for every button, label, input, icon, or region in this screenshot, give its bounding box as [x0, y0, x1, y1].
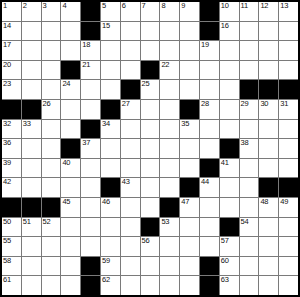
- cell-r6c9[interactable]: [160, 100, 179, 119]
- cell-r10c5[interactable]: [81, 178, 100, 197]
- clue-number: 56: [142, 237, 150, 245]
- cell-r1c12[interactable]: 10: [220, 2, 239, 21]
- cell-r3c9[interactable]: [160, 41, 179, 60]
- cell-r8c13[interactable]: 38: [240, 139, 259, 158]
- cell-r7c1[interactable]: 32: [2, 120, 21, 139]
- cell-r1c14[interactable]: 12: [259, 2, 278, 21]
- cell-r4c1[interactable]: 20: [2, 61, 21, 80]
- block-cell-r14c5: [81, 257, 100, 276]
- cell-r9c4[interactable]: 40: [61, 159, 80, 178]
- clue-number: 18: [82, 41, 90, 49]
- cell-r12c9[interactable]: 53: [160, 218, 179, 237]
- clue-number: 12: [260, 2, 268, 10]
- cell-r8c1[interactable]: 36: [2, 139, 21, 158]
- cell-r2c6[interactable]: 15: [101, 22, 120, 41]
- block-cell-r6c6: [101, 100, 120, 119]
- clue-number: 7: [142, 2, 146, 10]
- cell-r12c1[interactable]: 50: [2, 218, 21, 237]
- cell-r9c5[interactable]: [81, 159, 100, 178]
- cell-r13c11[interactable]: [200, 237, 219, 256]
- cell-r2c3[interactable]: [42, 22, 61, 41]
- cell-r15c15[interactable]: [279, 276, 298, 295]
- block-cell-r4c8: [141, 61, 160, 80]
- cell-r5c3[interactable]: [42, 80, 61, 99]
- clue-number: 5: [102, 2, 106, 10]
- cell-r14c2[interactable]: [22, 257, 41, 276]
- clue-number: 40: [62, 159, 70, 167]
- cell-r5c8[interactable]: 25: [141, 80, 160, 99]
- block-cell-r9c11: [200, 159, 219, 178]
- clue-number: 50: [3, 218, 11, 226]
- cell-r8c8[interactable]: [141, 139, 160, 158]
- cell-r5c1[interactable]: 23: [2, 80, 21, 99]
- cell-r7c12[interactable]: [220, 120, 239, 139]
- cell-r7c7[interactable]: [121, 120, 140, 139]
- cell-r5c12[interactable]: [220, 80, 239, 99]
- cell-r3c1[interactable]: 17: [2, 41, 21, 60]
- block-cell-r11c9: [160, 198, 179, 217]
- block-cell-r8c12: [220, 139, 239, 158]
- cell-r1c4[interactable]: 4: [61, 2, 80, 21]
- cell-r11c15[interactable]: 49: [279, 198, 298, 217]
- cell-r11c12[interactable]: [220, 198, 239, 217]
- cell-r1c13[interactable]: 11: [240, 2, 259, 21]
- cell-r7c10[interactable]: 35: [180, 120, 199, 139]
- clue-number: 44: [201, 178, 209, 186]
- clue-number: 11: [241, 2, 248, 10]
- cell-r9c12[interactable]: 41: [220, 159, 239, 178]
- clue-number: 63: [221, 276, 229, 284]
- cell-r6c5[interactable]: [81, 100, 100, 119]
- cell-r14c6[interactable]: 59: [101, 257, 120, 276]
- cell-r4c12[interactable]: [220, 61, 239, 80]
- clue-number: 36: [3, 139, 11, 147]
- cell-r13c12[interactable]: 57: [220, 237, 239, 256]
- cell-r12c14[interactable]: [259, 218, 278, 237]
- cell-r15c1[interactable]: 61: [2, 276, 21, 295]
- cell-r11c14[interactable]: 48: [259, 198, 278, 217]
- clue-number: 54: [241, 218, 249, 226]
- clue-number: 2: [23, 2, 27, 10]
- cell-r2c8[interactable]: [141, 22, 160, 41]
- cell-r12c2[interactable]: 51: [22, 218, 41, 237]
- cell-r9c14[interactable]: [259, 159, 278, 178]
- cell-r2c14[interactable]: [259, 22, 278, 41]
- cell-r7c8[interactable]: [141, 120, 160, 139]
- cell-r11c7[interactable]: [121, 198, 140, 217]
- cell-r12c3[interactable]: 52: [42, 218, 61, 237]
- cell-r8c10[interactable]: [180, 139, 199, 158]
- cell-r10c3[interactable]: [42, 178, 61, 197]
- cell-r14c10[interactable]: [180, 257, 199, 276]
- cell-r9c1[interactable]: 39: [2, 159, 21, 178]
- cell-r14c15[interactable]: [279, 257, 298, 276]
- cell-r15c3[interactable]: [42, 276, 61, 295]
- cell-r14c8[interactable]: [141, 257, 160, 276]
- cell-r1c8[interactable]: 7: [141, 2, 160, 21]
- cell-r14c4[interactable]: [61, 257, 80, 276]
- cell-r8c2[interactable]: [22, 139, 41, 158]
- cell-r4c10[interactable]: [180, 61, 199, 80]
- cell-r9c9[interactable]: [160, 159, 179, 178]
- cell-r7c14[interactable]: [259, 120, 278, 139]
- cell-r1c7[interactable]: 6: [121, 2, 140, 21]
- clue-number: 4: [62, 2, 66, 10]
- cell-r5c5[interactable]: [81, 80, 100, 99]
- cell-r6c14[interactable]: 30: [259, 100, 278, 119]
- clue-number: 43: [122, 178, 130, 186]
- cell-r5c6[interactable]: [101, 80, 120, 99]
- cell-r4c13[interactable]: [240, 61, 259, 80]
- cell-r4c3[interactable]: [42, 61, 61, 80]
- clue-number: 30: [260, 100, 268, 108]
- block-cell-r6c10: [180, 100, 199, 119]
- block-cell-r5c13: [240, 80, 259, 99]
- cell-r13c6[interactable]: [101, 237, 120, 256]
- clue-number: 3: [43, 2, 47, 10]
- clue-number: 46: [102, 198, 110, 206]
- cell-r13c7[interactable]: [121, 237, 140, 256]
- cell-r7c6[interactable]: 34: [101, 120, 120, 139]
- block-cell-r15c11: [200, 276, 219, 295]
- cell-r15c12[interactable]: 63: [220, 276, 239, 295]
- cell-r5c10[interactable]: [180, 80, 199, 99]
- block-cell-r12c8: [141, 218, 160, 237]
- block-cell-r10c10: [180, 178, 199, 197]
- clue-number: 58: [3, 257, 11, 265]
- cell-r11c4[interactable]: 45: [61, 198, 80, 217]
- cell-r15c2[interactable]: [22, 276, 41, 295]
- clue-number: 59: [102, 257, 110, 265]
- crossword-grid: 1234567891011121314151617181920212223242…: [0, 0, 300, 297]
- cell-r14c9[interactable]: [160, 257, 179, 276]
- clue-number: 45: [62, 198, 70, 206]
- cell-r11c5[interactable]: [81, 198, 100, 217]
- block-cell-r7c5: [81, 120, 100, 139]
- cell-r10c7[interactable]: 43: [121, 178, 140, 197]
- cell-r8c9[interactable]: [160, 139, 179, 158]
- clue-number: 38: [241, 139, 249, 147]
- cell-r10c4[interactable]: [61, 178, 80, 197]
- block-cell-r12c12: [220, 218, 239, 237]
- cell-r9c10[interactable]: [180, 159, 199, 178]
- clue-number: 32: [3, 120, 11, 128]
- cell-r2c9[interactable]: [160, 22, 179, 41]
- cell-r3c12[interactable]: [220, 41, 239, 60]
- cell-r12c7[interactable]: [121, 218, 140, 237]
- block-cell-r14c11: [200, 257, 219, 276]
- cell-r3c3[interactable]: [42, 41, 61, 60]
- cell-r12c6[interactable]: [101, 218, 120, 237]
- clue-number: 61: [3, 276, 11, 284]
- cell-r1c9[interactable]: 8: [160, 2, 179, 21]
- cell-r15c7[interactable]: [121, 276, 140, 295]
- clue-number: 19: [201, 41, 209, 49]
- block-cell-r5c7: [121, 80, 140, 99]
- clue-number: 24: [62, 80, 70, 88]
- cell-r13c13[interactable]: [240, 237, 259, 256]
- block-cell-r8c4: [61, 139, 80, 158]
- cell-r6c8[interactable]: [141, 100, 160, 119]
- cell-r4c9[interactable]: 22: [160, 61, 179, 80]
- cell-r13c8[interactable]: 56: [141, 237, 160, 256]
- cell-r13c2[interactable]: [22, 237, 41, 256]
- cell-r4c15[interactable]: [279, 61, 298, 80]
- cell-r6c11[interactable]: 28: [200, 100, 219, 119]
- cell-r7c2[interactable]: 33: [22, 120, 41, 139]
- cell-r3c8[interactable]: [141, 41, 160, 60]
- cell-r8c7[interactable]: [121, 139, 140, 158]
- cell-r13c15[interactable]: [279, 237, 298, 256]
- cell-r9c13[interactable]: [240, 159, 259, 178]
- block-cell-r1c11: [200, 2, 219, 21]
- cell-r15c6[interactable]: 62: [101, 276, 120, 295]
- clue-number: 6: [122, 2, 126, 10]
- cell-r12c10[interactable]: [180, 218, 199, 237]
- cell-r2c2[interactable]: [22, 22, 41, 41]
- cell-r4c6[interactable]: [101, 61, 120, 80]
- block-cell-r5c15: [279, 80, 298, 99]
- cell-r9c7[interactable]: [121, 159, 140, 178]
- block-cell-r15c5: [81, 276, 100, 295]
- clue-number: 13: [280, 2, 288, 10]
- clue-number: 8: [161, 2, 165, 10]
- cell-r10c11[interactable]: 44: [200, 178, 219, 197]
- cell-r9c15[interactable]: [279, 159, 298, 178]
- clue-number: 52: [43, 218, 51, 226]
- cell-r6c4[interactable]: [61, 100, 80, 119]
- clue-number: 47: [181, 198, 189, 206]
- cell-r2c13[interactable]: [240, 22, 259, 41]
- clue-number: 37: [82, 139, 90, 147]
- cell-r4c14[interactable]: [259, 61, 278, 80]
- cell-r1c1[interactable]: 1: [2, 2, 21, 21]
- cell-r7c11[interactable]: [200, 120, 219, 139]
- cell-r8c14[interactable]: [259, 139, 278, 158]
- clue-number: 26: [43, 100, 51, 108]
- cell-r12c11[interactable]: [200, 218, 219, 237]
- clue-number: 35: [181, 120, 189, 128]
- clue-number: 34: [102, 120, 110, 128]
- block-cell-r10c6: [101, 178, 120, 197]
- clue-number: 20: [3, 61, 11, 69]
- cell-r2c1[interactable]: 14: [2, 22, 21, 41]
- cell-r1c3[interactable]: 3: [42, 2, 61, 21]
- cell-r1c6[interactable]: 5: [101, 2, 120, 21]
- cell-r6c7[interactable]: 27: [121, 100, 140, 119]
- cell-r11c11[interactable]: [200, 198, 219, 217]
- cell-r3c14[interactable]: [259, 41, 278, 60]
- clue-number: 21: [82, 61, 90, 69]
- clue-number: 16: [221, 22, 229, 30]
- block-cell-r10c15: [279, 178, 298, 197]
- block-cell-r11c2: [22, 198, 41, 217]
- block-cell-r6c2: [22, 100, 41, 119]
- cell-r14c14[interactable]: [259, 257, 278, 276]
- cell-r12c5[interactable]: [81, 218, 100, 237]
- block-cell-r2c5: [81, 22, 100, 41]
- cell-r14c7[interactable]: [121, 257, 140, 276]
- cell-r3c15[interactable]: [279, 41, 298, 60]
- cell-r4c11[interactable]: [200, 61, 219, 80]
- clue-number: 14: [3, 22, 11, 30]
- clue-number: 31: [280, 100, 288, 108]
- clue-number: 29: [241, 100, 249, 108]
- cell-r6c13[interactable]: 29: [240, 100, 259, 119]
- block-cell-r1c5: [81, 2, 100, 21]
- clue-number: 60: [221, 257, 229, 265]
- block-cell-r11c1: [2, 198, 21, 217]
- cell-r9c6[interactable]: [101, 159, 120, 178]
- cell-r15c14[interactable]: [259, 276, 278, 295]
- block-cell-r6c1: [2, 100, 21, 119]
- block-cell-r10c14: [259, 178, 278, 197]
- cell-r15c10[interactable]: [180, 276, 199, 295]
- cell-r7c3[interactable]: [42, 120, 61, 139]
- cell-r3c11[interactable]: 19: [200, 41, 219, 60]
- cell-r15c13[interactable]: [240, 276, 259, 295]
- cell-r3c4[interactable]: [61, 41, 80, 60]
- cell-r8c5[interactable]: 37: [81, 139, 100, 158]
- cell-r10c2[interactable]: [22, 178, 41, 197]
- cell-r2c15[interactable]: [279, 22, 298, 41]
- cell-r15c8[interactable]: [141, 276, 160, 295]
- cell-r7c9[interactable]: [160, 120, 179, 139]
- block-cell-r11c3: [42, 198, 61, 217]
- cell-r3c10[interactable]: [180, 41, 199, 60]
- cell-r2c4[interactable]: [61, 22, 80, 41]
- clue-number: 10: [221, 2, 229, 10]
- cell-r12c13[interactable]: 54: [240, 218, 259, 237]
- cell-r11c10[interactable]: 47: [180, 198, 199, 217]
- clue-number: 22: [161, 61, 169, 69]
- cell-r11c8[interactable]: [141, 198, 160, 217]
- clue-number: 33: [23, 120, 31, 128]
- clue-number: 57: [221, 237, 229, 245]
- clue-number: 28: [201, 100, 209, 108]
- clue-number: 1: [3, 2, 7, 10]
- clue-number: 41: [221, 159, 229, 167]
- cell-r13c10[interactable]: [180, 237, 199, 256]
- clue-number: 27: [122, 100, 130, 108]
- cell-r10c13[interactable]: [240, 178, 259, 197]
- cell-r8c6[interactable]: [101, 139, 120, 158]
- clue-number: 9: [181, 2, 185, 10]
- block-cell-r2c11: [200, 22, 219, 41]
- cell-r6c12[interactable]: [220, 100, 239, 119]
- block-cell-r5c14: [259, 80, 278, 99]
- cell-r15c4[interactable]: [61, 276, 80, 295]
- cell-r11c6[interactable]: 46: [101, 198, 120, 217]
- cell-r11c13[interactable]: [240, 198, 259, 217]
- cell-r12c15[interactable]: [279, 218, 298, 237]
- cell-r6c3[interactable]: 26: [42, 100, 61, 119]
- clue-number: 53: [161, 218, 169, 226]
- clue-number: 17: [3, 41, 11, 49]
- cell-r10c1[interactable]: 42: [2, 178, 21, 197]
- clue-number: 49: [280, 198, 288, 206]
- clue-number: 48: [260, 198, 268, 206]
- cell-r2c12[interactable]: 16: [220, 22, 239, 41]
- cell-r4c5[interactable]: 21: [81, 61, 100, 80]
- cell-r15c9[interactable]: [160, 276, 179, 295]
- cell-r13c3[interactable]: [42, 237, 61, 256]
- cell-r6c15[interactable]: 31: [279, 100, 298, 119]
- cell-r13c14[interactable]: [259, 237, 278, 256]
- cell-r8c11[interactable]: [200, 139, 219, 158]
- cell-r13c1[interactable]: 55: [2, 237, 21, 256]
- cell-r5c9[interactable]: [160, 80, 179, 99]
- cell-r7c4[interactable]: [61, 120, 80, 139]
- cell-r9c3[interactable]: [42, 159, 61, 178]
- cell-r3c7[interactable]: [121, 41, 140, 60]
- clue-number: 23: [3, 80, 11, 88]
- cell-r7c13[interactable]: [240, 120, 259, 139]
- cell-r1c10[interactable]: 9: [180, 2, 199, 21]
- cell-r5c2[interactable]: [22, 80, 41, 99]
- cell-r14c1[interactable]: 58: [2, 257, 21, 276]
- clue-number: 25: [142, 80, 150, 88]
- clue-number: 62: [102, 276, 110, 284]
- cell-r3c5[interactable]: 18: [81, 41, 100, 60]
- cell-r12c4[interactable]: [61, 218, 80, 237]
- cell-r10c12[interactable]: [220, 178, 239, 197]
- cell-r8c3[interactable]: [42, 139, 61, 158]
- cell-r14c3[interactable]: [42, 257, 61, 276]
- cell-r5c4[interactable]: 24: [61, 80, 80, 99]
- clue-number: 55: [3, 237, 11, 245]
- cell-r10c8[interactable]: [141, 178, 160, 197]
- cell-r4c2[interactable]: [22, 61, 41, 80]
- cell-r14c12[interactable]: 60: [220, 257, 239, 276]
- cell-r3c6[interactable]: [101, 41, 120, 60]
- cell-r2c10[interactable]: [180, 22, 199, 41]
- cell-r14c13[interactable]: [240, 257, 259, 276]
- cell-r9c8[interactable]: [141, 159, 160, 178]
- cell-r13c5[interactable]: [81, 237, 100, 256]
- cell-r10c9[interactable]: [160, 178, 179, 197]
- cell-r2c7[interactable]: [121, 22, 140, 41]
- clue-number: 39: [3, 159, 11, 167]
- cell-r7c15[interactable]: [279, 120, 298, 139]
- clue-number: 51: [23, 218, 31, 226]
- cell-r8c15[interactable]: [279, 139, 298, 158]
- cell-r3c2[interactable]: [22, 41, 41, 60]
- cell-r13c9[interactable]: [160, 237, 179, 256]
- cell-r5c11[interactable]: [200, 80, 219, 99]
- cell-r9c2[interactable]: [22, 159, 41, 178]
- cell-r1c15[interactable]: 13: [279, 2, 298, 21]
- clue-number: 15: [102, 22, 110, 30]
- block-cell-r4c4: [61, 61, 80, 80]
- cell-r3c13[interactable]: [240, 41, 259, 60]
- cell-r1c2[interactable]: 2: [22, 2, 41, 21]
- cell-r13c4[interactable]: [61, 237, 80, 256]
- clue-number: 42: [3, 178, 11, 186]
- cell-r4c7[interactable]: [121, 61, 140, 80]
